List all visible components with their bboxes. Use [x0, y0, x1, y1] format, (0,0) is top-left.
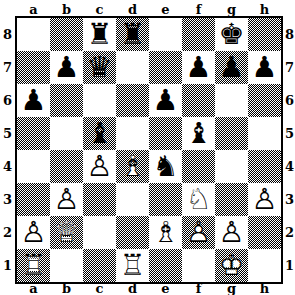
black-queen-c7[interactable]: ♛ [83, 51, 116, 84]
file-label-b: b [50, 282, 83, 295]
rank-label-3: 3 [3, 193, 12, 206]
white-bishop-d4[interactable]: ♗ [116, 150, 149, 183]
square-a5[interactable] [17, 117, 50, 150]
square-c7[interactable]: ♛ [83, 51, 116, 84]
rank-label-8: 8 [3, 28, 12, 41]
square-f6[interactable] [182, 84, 215, 117]
square-e1[interactable] [149, 249, 182, 282]
black-pawn-f7[interactable]: ♟ [182, 51, 215, 84]
white-knight-f3[interactable]: ♘ [182, 183, 215, 216]
square-g6[interactable] [215, 84, 248, 117]
square-g1[interactable]: ♚♔ [215, 249, 248, 282]
white-bishop-e2[interactable]: ♗ [149, 216, 182, 249]
black-bishop-f5[interactable]: ♝ [182, 117, 215, 150]
square-g4[interactable] [215, 150, 248, 183]
square-g7[interactable]: ♟ [215, 51, 248, 84]
square-b5[interactable] [50, 117, 83, 150]
square-d5[interactable] [116, 117, 149, 150]
square-h6[interactable] [248, 84, 281, 117]
square-d4[interactable]: ♝♗ [116, 150, 149, 183]
rank-label-1: 1 [3, 259, 12, 272]
square-g5[interactable] [215, 117, 248, 150]
file-label-g: g [215, 282, 248, 295]
black-pawn-b7[interactable]: ♟ [50, 51, 83, 84]
square-g8[interactable]: ♚ [215, 18, 248, 51]
square-a3[interactable] [17, 183, 50, 216]
file-label-b: b [50, 3, 83, 16]
file-label-g: g [215, 3, 248, 16]
square-a6[interactable]: ♟ [17, 84, 50, 117]
square-h2[interactable] [248, 216, 281, 249]
square-b1[interactable] [50, 249, 83, 282]
square-d2[interactable] [116, 216, 149, 249]
square-b2[interactable]: ♛♕ [50, 216, 83, 249]
square-h1[interactable] [248, 249, 281, 282]
square-a4[interactable] [17, 150, 50, 183]
square-a8[interactable] [17, 18, 50, 51]
square-f4[interactable] [182, 150, 215, 183]
rank-label-1: 1 [285, 259, 294, 272]
rank-label-5: 5 [285, 127, 294, 140]
square-e5[interactable] [149, 117, 182, 150]
square-e4[interactable]: ♞ [149, 150, 182, 183]
black-rook-d8[interactable]: ♜ [116, 18, 149, 51]
white-pawn-b3[interactable]: ♙ [50, 183, 83, 216]
rank-label-7: 7 [3, 61, 12, 74]
white-pawn-c4[interactable]: ♙ [83, 150, 116, 183]
square-c6[interactable] [83, 84, 116, 117]
file-label-f: f [182, 282, 215, 295]
square-e3[interactable] [149, 183, 182, 216]
square-c8[interactable]: ♜ [83, 18, 116, 51]
black-rook-c8[interactable]: ♜ [83, 18, 116, 51]
file-labels-bottom: abcdefgh [15, 282, 283, 295]
black-king-g8[interactable]: ♚ [215, 18, 248, 51]
file-label-c: c [83, 282, 116, 295]
square-d6[interactable] [116, 84, 149, 117]
file-label-a: a [17, 282, 50, 295]
square-e2[interactable]: ♝♗ [149, 216, 182, 249]
square-b8[interactable] [50, 18, 83, 51]
square-h3[interactable]: ♟♙ [248, 183, 281, 216]
square-c4[interactable]: ♟♙ [83, 150, 116, 183]
square-h7[interactable]: ♟ [248, 51, 281, 84]
file-label-f: f [182, 3, 215, 16]
file-label-c: c [83, 3, 116, 16]
black-pawn-h7[interactable]: ♟ [248, 51, 281, 84]
square-f7[interactable]: ♟ [182, 51, 215, 84]
square-e6[interactable]: ♟ [149, 84, 182, 117]
square-b7[interactable]: ♟ [50, 51, 83, 84]
chess-diagram: abcdefgh 87654321 ♜♜♚♟♛♟♟♟♟♟♝♝♟♙♝♗♞♟♙♞♘♟… [0, 0, 295, 295]
square-f1[interactable] [182, 249, 215, 282]
square-c5[interactable]: ♝ [83, 117, 116, 150]
file-label-e: e [149, 282, 182, 295]
square-c3[interactable] [83, 183, 116, 216]
rank-label-2: 2 [285, 226, 294, 239]
file-label-h: h [248, 3, 281, 16]
rank-label-4: 4 [3, 160, 12, 173]
chess-board[interactable]: ♜♜♚♟♛♟♟♟♟♟♝♝♟♙♝♗♞♟♙♞♘♟♙♟♙♛♕♝♗♟♙♟♙♜♖♜♖♚♔ [15, 16, 283, 284]
square-a2[interactable]: ♟♙ [17, 216, 50, 249]
black-pawn-g7[interactable]: ♟ [215, 51, 248, 84]
square-g2[interactable]: ♟♙ [215, 216, 248, 249]
square-a7[interactable] [17, 51, 50, 84]
square-f2[interactable]: ♟♙ [182, 216, 215, 249]
square-c2[interactable] [83, 216, 116, 249]
black-pawn-a6[interactable]: ♟ [17, 84, 50, 117]
rank-label-6: 6 [285, 94, 294, 107]
black-pawn-e6[interactable]: ♟ [149, 84, 182, 117]
square-b4[interactable] [50, 150, 83, 183]
rank-label-4: 4 [285, 160, 294, 173]
white-king-g1[interactable]: ♔ [215, 249, 248, 282]
file-label-d: d [116, 282, 149, 295]
white-pawn-g2[interactable]: ♙ [215, 216, 248, 249]
file-label-h: h [248, 282, 281, 295]
black-bishop-c5[interactable]: ♝ [83, 117, 116, 150]
square-h5[interactable] [248, 117, 281, 150]
square-d7[interactable] [116, 51, 149, 84]
white-queen-b2[interactable]: ♕ [50, 216, 83, 249]
file-label-e: e [149, 3, 182, 16]
black-knight-e4[interactable]: ♞ [149, 150, 182, 183]
white-pawn-f2[interactable]: ♙ [182, 216, 215, 249]
white-rook-d1[interactable]: ♖ [116, 249, 149, 282]
square-b3[interactable]: ♟♙ [50, 183, 83, 216]
rank-labels-right: 87654321 [283, 16, 295, 284]
square-d3[interactable] [116, 183, 149, 216]
square-f5[interactable]: ♝ [182, 117, 215, 150]
square-f3[interactable]: ♞♘ [182, 183, 215, 216]
square-d1[interactable]: ♜♖ [116, 249, 149, 282]
square-e7[interactable] [149, 51, 182, 84]
rank-label-5: 5 [3, 127, 12, 140]
square-b6[interactable] [50, 84, 83, 117]
white-pawn-h3[interactable]: ♙ [248, 183, 281, 216]
square-d8[interactable]: ♜ [116, 18, 149, 51]
square-f8[interactable] [182, 18, 215, 51]
white-rook-a1[interactable]: ♖ [17, 249, 50, 282]
square-a1[interactable]: ♜♖ [17, 249, 50, 282]
square-g3[interactable] [215, 183, 248, 216]
white-pawn-a2[interactable]: ♙ [17, 216, 50, 249]
square-h8[interactable] [248, 18, 281, 51]
rank-label-3: 3 [285, 193, 294, 206]
rank-label-6: 6 [3, 94, 12, 107]
rank-label-8: 8 [285, 28, 294, 41]
file-label-d: d [116, 3, 149, 16]
rank-label-7: 7 [285, 61, 294, 74]
square-h4[interactable] [248, 150, 281, 183]
rank-labels-left: 87654321 [0, 16, 15, 284]
file-labels-top: abcdefgh [15, 0, 283, 16]
square-e8[interactable] [149, 18, 182, 51]
rank-label-2: 2 [3, 226, 12, 239]
square-c1[interactable] [83, 249, 116, 282]
file-label-a: a [17, 3, 50, 16]
